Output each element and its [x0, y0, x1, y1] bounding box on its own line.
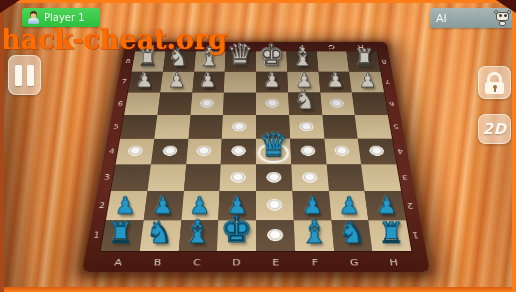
piece-blue-knight-b1[interactable]: ♞ [146, 218, 173, 248]
square-e2[interactable] [256, 191, 294, 220]
person-avatar [28, 11, 39, 24]
square-g7[interactable]: ♟ [318, 71, 352, 92]
legal-move-dot[interactable] [230, 172, 245, 183]
coordinate-label: A [135, 42, 166, 51]
coordinate-label: E [256, 255, 296, 270]
coordinate-label: D [216, 255, 256, 270]
square-d7[interactable] [224, 71, 256, 92]
view-2d-label: 2D [483, 120, 507, 138]
coordinate-label: B [137, 255, 178, 270]
chess-board: ♜♞♝♛♚♝♜♟♟♟♟♟♟♟♞♛♟♟♟♟♟♟♟♜♞♝♚♝♞♜ 87654321 … [82, 42, 430, 272]
legal-move-dot[interactable] [196, 146, 211, 157]
piece-blue-bishop-c1[interactable]: ♝ [184, 216, 213, 248]
legal-move-dot[interactable] [300, 146, 315, 157]
square-h3[interactable] [361, 164, 401, 191]
piece-blue-knight-g1[interactable]: ♞ [339, 218, 366, 248]
coordinate-label: F [295, 255, 335, 270]
square-e7[interactable]: ♟ [256, 71, 288, 92]
square-c4[interactable] [186, 139, 222, 164]
piece-blue-pawn-a2[interactable]: ♟ [115, 194, 136, 218]
coordinate-label: G [316, 42, 347, 51]
coordinate-label: G [334, 255, 375, 270]
square-d3[interactable] [220, 164, 256, 191]
square-h5[interactable] [355, 115, 392, 139]
piece-blue-rook-a1[interactable]: ♜ [107, 219, 133, 248]
square-g6[interactable] [320, 93, 355, 115]
square-e1[interactable] [256, 220, 295, 251]
square-a5[interactable] [120, 115, 157, 139]
square-c3[interactable] [183, 164, 220, 191]
coordinate-label: F [286, 42, 317, 51]
frame-edge-bottom [0, 287, 516, 292]
square-a3[interactable] [111, 164, 151, 191]
square-g3[interactable] [326, 164, 365, 191]
square-b5[interactable] [154, 115, 190, 139]
square-f5[interactable] [289, 115, 324, 139]
legal-move-dot[interactable] [266, 199, 282, 211]
legal-move-dot[interactable] [299, 122, 314, 132]
pause-button[interactable] [8, 55, 41, 95]
square-f4[interactable] [290, 139, 326, 164]
coordinate-label: 8 [377, 51, 391, 71]
piece-blue-pawn-b2[interactable]: ♟ [152, 194, 173, 218]
piece-gray-knight-f6[interactable]: ♞ [294, 87, 317, 113]
square-c7[interactable]: ♟ [192, 71, 225, 92]
square-b7[interactable]: ♟ [160, 71, 194, 92]
piece-gray-pawn-c7[interactable]: ♟ [199, 70, 217, 90]
file-labels-top: ABCDEFGH [135, 42, 377, 51]
square-c6[interactable] [190, 93, 224, 115]
square-f6[interactable]: ♞ [288, 93, 322, 115]
square-g5[interactable] [322, 115, 358, 139]
piece-blue-pawn-h2[interactable]: ♟ [376, 194, 397, 218]
square-d4[interactable] [221, 139, 256, 164]
piece-gray-pawn-a7[interactable]: ♟ [135, 70, 153, 90]
view-2d-button[interactable]: 2D [478, 114, 511, 144]
board-plane: ♜♞♝♛♚♝♜♟♟♟♟♟♟♟♞♛♟♟♟♟♟♟♟♜♞♝♚♝♞♜ 87654321 … [82, 42, 430, 272]
square-a1[interactable]: ♜ [101, 220, 144, 251]
piece-gray-pawn-b7[interactable]: ♟ [167, 70, 185, 90]
square-b6[interactable] [157, 93, 192, 115]
player-name: Player 1 [44, 12, 85, 23]
piece-blue-rook-h1[interactable]: ♜ [378, 219, 404, 248]
square-c5[interactable] [188, 115, 223, 139]
square-f3[interactable] [291, 164, 328, 191]
player-badge: Player 1 [22, 8, 100, 27]
coordinate-label: B [165, 42, 196, 51]
legal-move-dot[interactable] [266, 172, 281, 183]
coordinate-label: C [196, 42, 227, 51]
legal-move-dot[interactable] [267, 229, 284, 242]
coordinate-label: H [373, 255, 415, 270]
square-e6[interactable] [256, 93, 289, 115]
square-a4[interactable] [116, 139, 154, 164]
coordinate-label: H [345, 42, 376, 51]
square-h7[interactable]: ♟ [349, 71, 384, 92]
legal-move-dot[interactable] [265, 99, 279, 108]
coordinate-label: A [97, 255, 139, 270]
file-labels-bottom: ABCDEFGH [97, 255, 414, 270]
robot-icon [494, 10, 511, 26]
coordinate-label: C [177, 255, 217, 270]
square-f1[interactable]: ♝ [294, 220, 334, 251]
legal-move-dot[interactable] [232, 122, 247, 132]
frame-edge-left [0, 0, 4, 292]
legal-move-dot[interactable] [162, 146, 178, 157]
square-a6[interactable] [124, 93, 160, 115]
square-h6[interactable] [352, 93, 388, 115]
coordinate-label: 7 [380, 71, 395, 92]
square-d6[interactable] [223, 93, 256, 115]
square-a7[interactable]: ♟ [128, 71, 163, 92]
square-b3[interactable] [147, 164, 186, 191]
coordinate-label: E [256, 42, 286, 51]
square-e4[interactable]: ♛ [256, 139, 291, 164]
piece-gray-pawn-e7[interactable]: ♟ [263, 70, 281, 90]
piece-blue-pawn-g2[interactable]: ♟ [339, 194, 360, 218]
piece-gray-pawn-g7[interactable]: ♟ [327, 70, 345, 90]
piece-blue-queen-e4[interactable]: ♛ [258, 128, 288, 161]
frame-edge-right [512, 0, 516, 292]
legal-move-dot[interactable] [127, 146, 143, 157]
square-d1[interactable]: ♚ [217, 220, 256, 251]
piece-blue-bishop-f1[interactable]: ♝ [300, 216, 329, 248]
square-d8[interactable]: ♛ [225, 51, 256, 71]
legal-move-dot[interactable] [369, 146, 385, 157]
square-g1[interactable]: ♞ [331, 220, 373, 251]
lock-button[interactable] [478, 66, 511, 99]
legal-move-dot[interactable] [334, 146, 350, 157]
ai-badge: AI [430, 8, 516, 28]
corner-ribbon-top-left [0, 0, 20, 13]
square-e3[interactable] [256, 164, 292, 191]
square-h1[interactable]: ♜ [369, 220, 412, 251]
square-h4[interactable] [358, 139, 396, 164]
square-b4[interactable] [151, 139, 188, 164]
square-g4[interactable] [324, 139, 361, 164]
game-screen: ♜♞♝♛♚♝♜♟♟♟♟♟♟♟♞♛♟♟♟♟♟♟♟♜♞♝♚♝♞♜ 87654321 … [0, 0, 516, 292]
board-grid: ♜♞♝♛♚♝♜♟♟♟♟♟♟♟♞♛♟♟♟♟♟♟♟♜♞♝♚♝♞♜ [101, 51, 412, 250]
square-b1[interactable]: ♞ [139, 220, 181, 251]
legal-move-dot[interactable] [330, 99, 345, 108]
coordinate-label: 6 [384, 93, 399, 115]
legal-move-dot[interactable] [302, 172, 318, 183]
pause-icon [15, 65, 22, 86]
square-d5[interactable] [222, 115, 256, 139]
piece-gray-pawn-h7[interactable]: ♟ [359, 70, 377, 90]
legal-move-dot[interactable] [231, 146, 246, 157]
lock-icon [487, 72, 502, 83]
frame-edge-top [0, 0, 516, 3]
legal-move-dot[interactable] [200, 99, 214, 108]
coordinate-label: D [226, 42, 256, 51]
square-c1[interactable]: ♝ [178, 220, 218, 251]
ai-label: AI [436, 12, 447, 25]
piece-blue-king-d1[interactable]: ♚ [220, 212, 252, 248]
